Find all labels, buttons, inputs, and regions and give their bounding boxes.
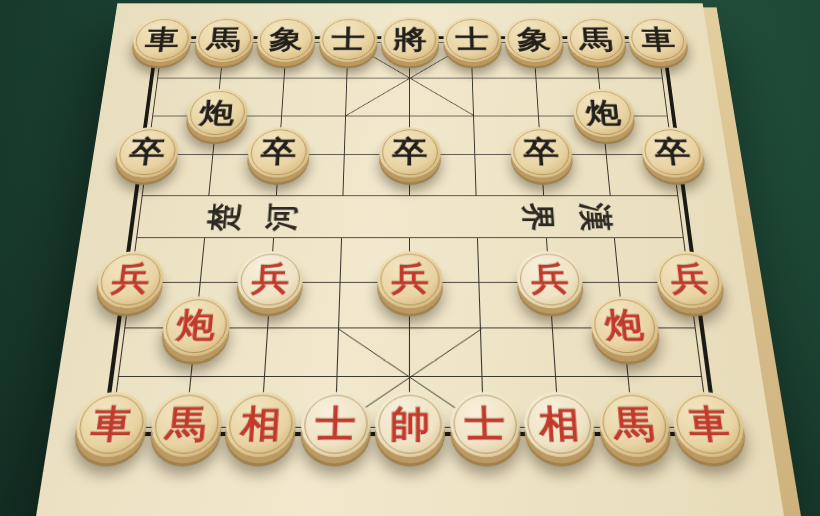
black-soldier-piece[interactable]: 卒 [639,127,707,177]
red-cannon-piece[interactable]: 炮 [588,296,661,356]
xiangqi-board: 楚 河 界 漢 車馬象士將士象馬車炮炮卒卒卒卒卒兵兵兵兵兵炮炮車馬相士帥士相馬車 [32,3,789,516]
black-cannon-piece[interactable]: 炮 [184,89,249,137]
red-advisor-piece[interactable]: 士 [449,392,521,457]
red-horse-piece[interactable]: 馬 [148,392,224,457]
red-soldier-piece[interactable]: 兵 [377,251,443,308]
red-soldier-piece[interactable]: 兵 [94,251,167,308]
red-advisor-piece[interactable]: 士 [299,392,371,457]
red-horse-piece[interactable]: 馬 [596,392,672,457]
black-advisor-piece[interactable]: 士 [443,17,502,62]
black-horse-piece[interactable]: 馬 [565,17,627,62]
red-soldier-piece[interactable]: 兵 [653,251,726,308]
black-elephant-piece[interactable]: 象 [255,17,316,62]
black-soldier-piece[interactable]: 卒 [246,127,311,177]
black-elephant-piece[interactable]: 象 [504,17,565,62]
table-felt: 楚 河 界 漢 車馬象士將士象馬車炮炮卒卒卒卒卒兵兵兵兵兵炮炮車馬相士帥士相馬車 [0,0,820,516]
black-cannon-piece[interactable]: 炮 [571,89,636,137]
black-advisor-piece[interactable]: 士 [318,17,377,62]
pieces-layer: 車馬象士將士象馬車炮炮卒卒卒卒卒兵兵兵兵兵炮炮車馬相士帥士相馬車 [111,42,709,428]
black-general-piece[interactable]: 將 [381,17,440,62]
black-chariot-piece[interactable]: 車 [626,17,690,62]
black-soldier-piece[interactable]: 卒 [509,127,574,177]
board-field: 楚 河 界 漢 車馬象士將士象馬車炮炮卒卒卒卒卒兵兵兵兵兵炮炮車馬相士帥士相馬車 [111,42,709,428]
red-elephant-piece[interactable]: 相 [223,392,297,457]
red-soldier-piece[interactable]: 兵 [235,251,304,308]
red-soldier-piece[interactable]: 兵 [516,251,585,308]
black-horse-piece[interactable]: 馬 [193,17,255,62]
red-cannon-piece[interactable]: 炮 [159,296,232,356]
black-soldier-piece[interactable]: 卒 [379,127,441,177]
red-elephant-piece[interactable]: 相 [523,392,597,457]
black-soldier-piece[interactable]: 卒 [113,127,181,177]
red-general-piece[interactable]: 帥 [375,392,446,457]
red-chariot-piece[interactable]: 車 [670,392,748,457]
red-chariot-piece[interactable]: 車 [72,392,150,457]
black-chariot-piece[interactable]: 車 [130,17,194,62]
